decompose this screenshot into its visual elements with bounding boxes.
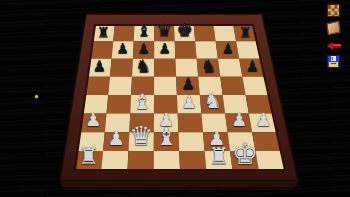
square-d5[interactable] xyxy=(154,77,177,95)
piece-black-r-a8[interactable]: ♜ xyxy=(97,25,110,39)
square-e2[interactable] xyxy=(178,132,204,151)
piece-white-p-b2[interactable]: ♟ xyxy=(107,129,124,148)
square-b8[interactable] xyxy=(113,25,134,41)
piece-black-q-d8[interactable]: ♛ xyxy=(157,22,173,40)
square-c1[interactable] xyxy=(128,151,154,170)
piece-black-k-e8[interactable]: ♚ xyxy=(176,21,192,39)
chess-board[interactable] xyxy=(0,0,350,197)
board-area: ♜♝♛♚♜♟♟♟♟♟♞♞♟♟♝♟♞♟♟♟♟♟♛♝♟♜♜♚ xyxy=(0,0,350,197)
piece-white-p-a3[interactable]: ♟ xyxy=(85,112,101,130)
square-g6[interactable] xyxy=(218,59,242,77)
square-d6[interactable] xyxy=(154,59,176,77)
board-2d-view-icon[interactable] xyxy=(327,4,340,17)
piece-black-b-c8[interactable]: ♝ xyxy=(137,23,151,39)
piece-black-p-h6[interactable]: ♟ xyxy=(246,59,259,74)
toolbar xyxy=(326,3,342,73)
square-e7[interactable] xyxy=(175,41,197,58)
board-frame-ledge xyxy=(60,181,298,187)
square-b4[interactable] xyxy=(107,95,132,113)
square-d1[interactable] xyxy=(154,151,180,170)
piece-black-n-c6[interactable]: ♞ xyxy=(135,57,151,75)
square-b5[interactable] xyxy=(108,77,132,95)
piece-white-k-g1[interactable]: ♚ xyxy=(232,140,258,169)
piece-white-b-c4[interactable]: ♝ xyxy=(133,90,152,111)
square-g8[interactable] xyxy=(214,25,237,41)
piece-white-n-f4[interactable]: ♞ xyxy=(204,91,222,112)
piece-white-b-d2[interactable]: ♝ xyxy=(156,125,178,149)
square-b6[interactable] xyxy=(110,59,133,77)
square-e3[interactable] xyxy=(178,114,203,133)
piece-white-p-e4[interactable]: ♟ xyxy=(182,94,197,111)
piece-black-n-f6[interactable]: ♞ xyxy=(201,57,217,75)
undo-move-icon[interactable] xyxy=(327,42,341,50)
square-f8[interactable] xyxy=(194,25,216,41)
square-g5[interactable] xyxy=(220,77,245,95)
piece-white-q-c2[interactable]: ♛ xyxy=(129,123,153,150)
floppy-shutter xyxy=(331,56,336,61)
square-a5[interactable] xyxy=(85,77,110,95)
cursor-dot xyxy=(35,95,38,98)
square-a7[interactable] xyxy=(90,41,113,58)
square-b1[interactable] xyxy=(101,151,128,170)
piece-black-p-d7[interactable]: ♟ xyxy=(159,42,171,56)
piece-black-p-e5[interactable]: ♟ xyxy=(181,77,195,93)
floppy-label xyxy=(329,62,338,67)
undo-arrow-bar xyxy=(333,44,341,48)
save-game-icon[interactable] xyxy=(327,55,340,68)
board-3d-view-icon[interactable] xyxy=(327,21,341,36)
piece-black-p-b7[interactable]: ♟ xyxy=(116,42,128,56)
piece-black-p-g7[interactable]: ♟ xyxy=(222,42,234,56)
piece-white-r-a1[interactable]: ♜ xyxy=(78,145,99,168)
piece-white-p-g3[interactable]: ♟ xyxy=(231,112,247,130)
square-e1[interactable] xyxy=(179,151,206,170)
piece-black-p-a6[interactable]: ♟ xyxy=(93,59,106,74)
piece-white-p-h3[interactable]: ♟ xyxy=(255,112,271,130)
piece-white-r-f1[interactable]: ♜ xyxy=(208,145,229,168)
piece-black-r-h8[interactable]: ♜ xyxy=(239,25,252,39)
